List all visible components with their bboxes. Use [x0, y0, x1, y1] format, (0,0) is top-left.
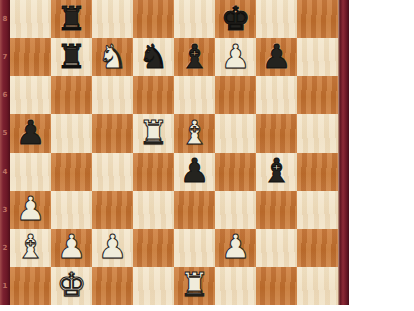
square-c7[interactable]: ♞ — [92, 38, 133, 76]
piece-white-pawn[interactable]: ♟ — [57, 230, 87, 263]
square-d5[interactable]: ♜ — [133, 114, 174, 152]
square-h6[interactable] — [297, 76, 338, 114]
square-e3[interactable] — [174, 191, 215, 229]
square-h1[interactable] — [297, 267, 338, 305]
square-c4[interactable] — [92, 153, 133, 191]
piece-black-king[interactable]: ♚ — [221, 2, 251, 35]
rank-label-5: 5 — [0, 114, 10, 152]
square-h7[interactable] — [297, 38, 338, 76]
square-h2[interactable] — [297, 229, 338, 267]
piece-black-rook[interactable]: ♜ — [57, 40, 87, 73]
square-b8[interactable]: ♜ — [51, 0, 92, 38]
square-b7[interactable]: ♜ — [51, 38, 92, 76]
board: ♜♚♜♞♞♝♟♟♟♜♝♟♝♟♝♟♟♟♚♜ — [10, 0, 338, 305]
square-a4[interactable] — [10, 153, 51, 191]
piece-black-pawn[interactable]: ♟ — [16, 116, 46, 149]
piece-white-bishop[interactable]: ♝ — [180, 116, 210, 149]
rank-label-8: 8 — [0, 0, 10, 38]
piece-white-pawn[interactable]: ♟ — [221, 230, 251, 263]
square-e8[interactable] — [174, 0, 215, 38]
square-b2[interactable]: ♟ — [51, 229, 92, 267]
square-b5[interactable] — [51, 114, 92, 152]
piece-white-pawn[interactable]: ♟ — [221, 40, 251, 73]
square-b1[interactable]: ♚ — [51, 267, 92, 305]
square-e1[interactable]: ♜ — [174, 267, 215, 305]
square-c1[interactable] — [92, 267, 133, 305]
square-d6[interactable] — [133, 76, 174, 114]
piece-black-rook[interactable]: ♜ — [57, 2, 87, 35]
piece-black-pawn[interactable]: ♟ — [180, 154, 210, 187]
square-c8[interactable] — [92, 0, 133, 38]
square-e2[interactable] — [174, 229, 215, 267]
square-d2[interactable] — [133, 229, 174, 267]
square-e6[interactable] — [174, 76, 215, 114]
square-c3[interactable] — [92, 191, 133, 229]
rank-label-2: 2 — [0, 229, 10, 267]
square-a8[interactable] — [10, 0, 51, 38]
square-g2[interactable] — [256, 229, 297, 267]
square-c6[interactable] — [92, 76, 133, 114]
square-d1[interactable] — [133, 267, 174, 305]
square-f6[interactable] — [215, 76, 256, 114]
square-g1[interactable] — [256, 267, 297, 305]
board-left-frame: 87654321 — [0, 0, 10, 305]
piece-white-pawn[interactable]: ♟ — [98, 230, 128, 263]
square-g8[interactable] — [256, 0, 297, 38]
rank-label-7: 7 — [0, 38, 10, 76]
square-c2[interactable]: ♟ — [92, 229, 133, 267]
square-a7[interactable] — [10, 38, 51, 76]
square-d3[interactable] — [133, 191, 174, 229]
square-d7[interactable]: ♞ — [133, 38, 174, 76]
square-f8[interactable]: ♚ — [215, 0, 256, 38]
rank-label-3: 3 — [0, 191, 10, 229]
square-b3[interactable] — [51, 191, 92, 229]
square-a3[interactable]: ♟ — [10, 191, 51, 229]
square-g3[interactable] — [256, 191, 297, 229]
piece-black-bishop[interactable]: ♝ — [262, 154, 292, 187]
square-e7[interactable]: ♝ — [174, 38, 215, 76]
square-d8[interactable] — [133, 0, 174, 38]
piece-white-rook[interactable]: ♜ — [139, 116, 169, 149]
board-right-frame — [338, 0, 349, 305]
square-h5[interactable] — [297, 114, 338, 152]
square-f5[interactable] — [215, 114, 256, 152]
square-h8[interactable] — [297, 0, 338, 38]
square-g4[interactable]: ♝ — [256, 153, 297, 191]
square-a5[interactable]: ♟ — [10, 114, 51, 152]
rank-label-1: 1 — [0, 267, 10, 305]
square-a1[interactable] — [10, 267, 51, 305]
square-e5[interactable]: ♝ — [174, 114, 215, 152]
square-h4[interactable] — [297, 153, 338, 191]
rank-label-6: 6 — [0, 76, 10, 114]
square-c5[interactable] — [92, 114, 133, 152]
piece-black-knight[interactable]: ♞ — [139, 40, 169, 73]
square-g7[interactable]: ♟ — [256, 38, 297, 76]
square-h3[interactable] — [297, 191, 338, 229]
square-f7[interactable]: ♟ — [215, 38, 256, 76]
piece-white-king[interactable]: ♚ — [57, 268, 87, 301]
square-f3[interactable] — [215, 191, 256, 229]
square-f4[interactable] — [215, 153, 256, 191]
piece-black-pawn[interactable]: ♟ — [262, 40, 292, 73]
square-b6[interactable] — [51, 76, 92, 114]
chessboard-screenshot: 87654321 ♜♚♜♞♞♝♟♟♟♜♝♟♝♟♝♟♟♟♚♜ — [0, 0, 414, 311]
square-d4[interactable] — [133, 153, 174, 191]
square-g6[interactable] — [256, 76, 297, 114]
piece-black-bishop[interactable]: ♝ — [180, 40, 210, 73]
square-b4[interactable] — [51, 153, 92, 191]
piece-white-rook[interactable]: ♜ — [180, 268, 210, 301]
piece-white-knight[interactable]: ♞ — [98, 40, 128, 73]
square-g5[interactable] — [256, 114, 297, 152]
square-e4[interactable]: ♟ — [174, 153, 215, 191]
square-a2[interactable]: ♝ — [10, 229, 51, 267]
square-f2[interactable]: ♟ — [215, 229, 256, 267]
piece-white-bishop[interactable]: ♝ — [16, 230, 46, 263]
square-a6[interactable] — [10, 76, 51, 114]
rank-label-4: 4 — [0, 153, 10, 191]
piece-white-pawn[interactable]: ♟ — [16, 192, 46, 225]
square-f1[interactable] — [215, 267, 256, 305]
